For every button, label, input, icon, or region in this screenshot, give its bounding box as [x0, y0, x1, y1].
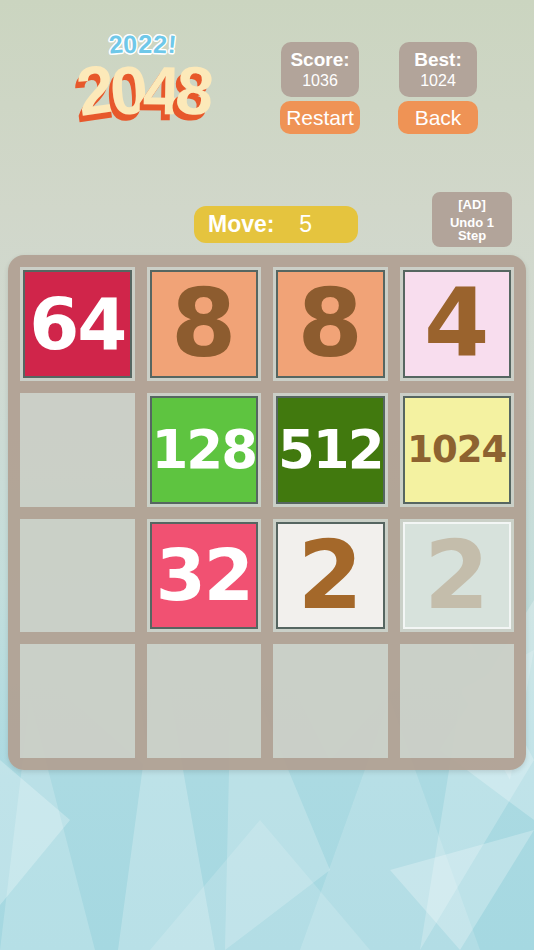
best-panel: Best: 1024	[399, 42, 477, 97]
undo-label: Undo 1 Step	[438, 216, 506, 242]
restart-button[interactable]: Restart	[280, 101, 360, 134]
board-cell	[20, 519, 135, 633]
board-cell	[147, 644, 262, 758]
app-logo: 2022! 2048	[38, 30, 248, 122]
board-cell	[273, 644, 388, 758]
best-value: 1024	[420, 71, 456, 91]
tile-512: 512	[276, 396, 385, 504]
score-label: Score:	[290, 48, 349, 72]
tile-8: 8	[150, 270, 259, 378]
tile-32: 32	[150, 522, 259, 630]
board-cell: 32	[147, 519, 262, 633]
tile-2-new: 2	[403, 522, 512, 630]
board-cell: 4	[400, 267, 515, 381]
tile-4: 4	[403, 270, 512, 378]
tile-1024: 1024	[403, 396, 512, 504]
tile-128: 128	[150, 396, 259, 504]
board-cell: 64	[20, 267, 135, 381]
logo-main: 2048	[38, 59, 248, 122]
board-cell: 2	[273, 519, 388, 633]
board-cell	[20, 644, 135, 758]
move-value: 5	[299, 211, 312, 238]
board-cell	[20, 393, 135, 507]
board-cell: 1024	[400, 393, 515, 507]
undo-ad-button[interactable]: [AD] Undo 1 Step	[432, 192, 512, 247]
board-grid: 6488412851210243222	[20, 267, 514, 758]
score-panel: Score: 1036	[281, 42, 359, 97]
best-label: Best:	[414, 48, 462, 72]
back-button[interactable]: Back	[398, 101, 478, 134]
move-counter: Move: 5	[194, 206, 358, 243]
board[interactable]: 6488412851210243222	[8, 255, 526, 770]
ad-tag: [AD]	[458, 198, 485, 211]
board-cell: 2	[400, 519, 515, 633]
board-cell	[400, 644, 515, 758]
score-value: 1036	[302, 71, 338, 91]
tile-2: 2	[276, 522, 385, 630]
board-cell: 512	[273, 393, 388, 507]
board-cell: 8	[273, 267, 388, 381]
board-cell: 128	[147, 393, 262, 507]
tile-8: 8	[276, 270, 385, 378]
move-label: Move:	[208, 211, 274, 238]
tile-64: 64	[23, 270, 132, 378]
board-cell: 8	[147, 267, 262, 381]
